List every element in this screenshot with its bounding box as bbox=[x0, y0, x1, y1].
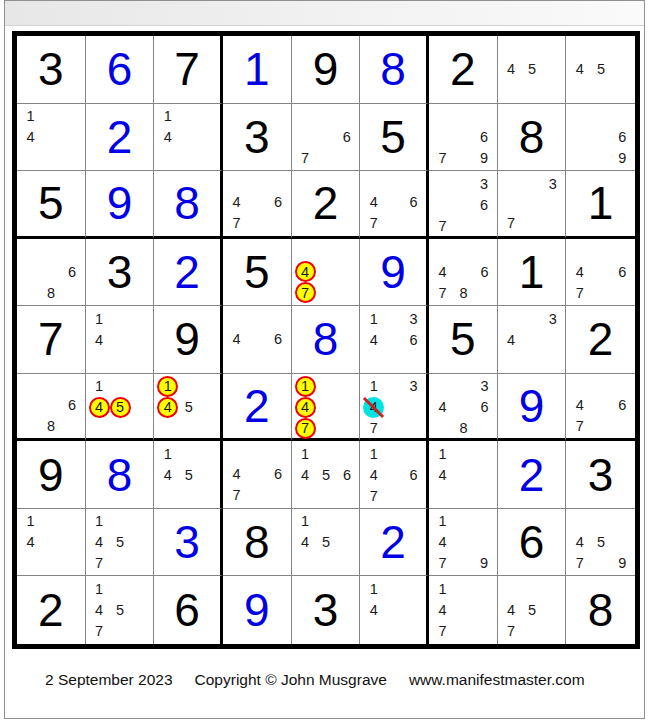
cell-r9c8[interactable]: 457 bbox=[498, 576, 567, 644]
cell-r1c8[interactable]: 45 bbox=[498, 36, 567, 104]
cell-r3c5[interactable]: 2 bbox=[292, 171, 361, 239]
candidate-grid: 67 bbox=[292, 104, 360, 171]
candidate-grid: 145 bbox=[154, 374, 220, 439]
candidate-grid: 45 bbox=[566, 36, 635, 103]
candidate: 7 bbox=[432, 215, 453, 236]
candidate: 5 bbox=[522, 600, 543, 621]
candidate-grid: 1346 bbox=[360, 306, 426, 373]
cell-r3c1[interactable]: 5 bbox=[17, 171, 86, 239]
given-digit: 8 bbox=[566, 576, 635, 644]
candidate: 1 bbox=[89, 376, 110, 397]
given-digit: 3 bbox=[566, 441, 635, 508]
candidate-highlighted: 1 bbox=[157, 376, 178, 397]
candidate: 4 bbox=[89, 600, 110, 621]
cell-r5c4[interactable]: 46 bbox=[223, 306, 292, 374]
given-digit: 6 bbox=[498, 509, 566, 576]
candidate-eliminated: 4 bbox=[363, 397, 384, 418]
cell-r3c4[interactable]: 467 bbox=[223, 171, 292, 239]
cell-r8c7[interactable]: 1479 bbox=[429, 509, 498, 577]
cell-r2c7[interactable]: 679 bbox=[429, 104, 498, 172]
cell-r7c4[interactable]: 467 bbox=[223, 441, 292, 509]
candidate: 1 bbox=[363, 376, 384, 397]
solved-digit: 9 bbox=[223, 576, 291, 644]
cell-r8c8[interactable]: 6 bbox=[498, 509, 567, 577]
candidate: 9 bbox=[474, 553, 495, 574]
cell-r5c6[interactable]: 1346 bbox=[360, 306, 429, 374]
solved-digit: 8 bbox=[86, 441, 154, 508]
given-digit: 7 bbox=[154, 36, 220, 103]
cell-r9c7[interactable]: 147 bbox=[429, 576, 498, 644]
cell-r4c9[interactable]: 467 bbox=[566, 239, 635, 307]
candidate-grid: 1456 bbox=[292, 441, 360, 508]
cell-r8c3[interactable]: 3 bbox=[154, 509, 223, 577]
candidate-grid: 147 bbox=[292, 374, 360, 439]
candidate: 7 bbox=[501, 213, 522, 234]
candidate: 1 bbox=[89, 511, 110, 532]
cell-r6c7[interactable]: 3468 bbox=[429, 374, 498, 442]
candidate: 3 bbox=[542, 173, 563, 194]
candidate: 4 bbox=[569, 261, 590, 282]
cell-r8c1[interactable]: 14 bbox=[17, 509, 86, 577]
candidate: 6 bbox=[62, 261, 83, 282]
cell-r1c6[interactable]: 8 bbox=[360, 36, 429, 104]
candidate: 1 bbox=[295, 511, 316, 532]
candidate-highlighted: 1 bbox=[295, 376, 316, 397]
candidate: 1 bbox=[295, 443, 316, 464]
footer-date: 2 September 2023 bbox=[45, 671, 173, 688]
candidate: 6 bbox=[336, 126, 357, 147]
cell-r1c7[interactable]: 2 bbox=[429, 36, 498, 104]
candidate: 3 bbox=[403, 308, 424, 329]
candidate: 6 bbox=[474, 397, 495, 418]
candidate: 4 bbox=[569, 394, 590, 415]
candidate: 6 bbox=[403, 464, 424, 485]
candidate: 4 bbox=[20, 532, 41, 553]
candidate-grid: 14 bbox=[154, 104, 220, 171]
candidate: 1 bbox=[20, 511, 41, 532]
candidate: 8 bbox=[41, 415, 62, 436]
cell-r1c5[interactable]: 9 bbox=[292, 36, 361, 104]
candidate: 3 bbox=[403, 376, 424, 397]
cell-r5c3[interactable]: 9 bbox=[154, 306, 223, 374]
candidate: 9 bbox=[612, 147, 633, 168]
cell-r8c6[interactable]: 2 bbox=[360, 509, 429, 577]
candidate: 4 bbox=[157, 127, 178, 148]
candidate: 8 bbox=[453, 282, 474, 303]
candidate: 4 bbox=[157, 464, 178, 485]
candidate-grid: 47 bbox=[292, 239, 360, 306]
given-digit: 9 bbox=[17, 441, 85, 508]
cell-r3c8[interactable]: 37 bbox=[498, 171, 567, 239]
given-digit: 5 bbox=[17, 171, 85, 236]
cell-r1c3[interactable]: 7 bbox=[154, 36, 223, 104]
candidate: 8 bbox=[453, 418, 474, 439]
given-digit: 5 bbox=[360, 104, 426, 171]
cell-r7c6[interactable]: 1467 bbox=[360, 441, 429, 509]
given-digit: 2 bbox=[566, 306, 635, 373]
candidate: 7 bbox=[501, 621, 522, 642]
candidate-grid: 1479 bbox=[429, 509, 497, 576]
candidate: 7 bbox=[226, 213, 247, 234]
candidate: 7 bbox=[363, 485, 384, 506]
candidate: 4 bbox=[226, 192, 247, 213]
cell-r2c9[interactable]: 69 bbox=[566, 104, 635, 172]
solved-digit: 3 bbox=[154, 509, 220, 576]
candidate: 8 bbox=[41, 282, 62, 303]
candidate: 9 bbox=[474, 147, 495, 168]
sudoku-board: 3671982454514214367567986959846724673673… bbox=[12, 31, 640, 649]
candidate: 6 bbox=[612, 394, 633, 415]
given-digit: 9 bbox=[154, 306, 220, 373]
candidate: 4 bbox=[432, 464, 453, 485]
cell-r7c7[interactable]: 14 bbox=[429, 441, 498, 509]
cell-r6c6[interactable]: 1347 bbox=[360, 374, 429, 442]
cell-r2c1[interactable]: 14 bbox=[17, 104, 86, 172]
candidate-grid: 1457 bbox=[86, 576, 154, 644]
given-digit: 3 bbox=[223, 104, 291, 171]
candidate-grid: 14 bbox=[17, 509, 85, 576]
candidate-grid: 1347 bbox=[360, 374, 426, 439]
given-digit: 3 bbox=[292, 576, 360, 644]
footer: 2 September 2023Copyright © John Musgrav… bbox=[45, 671, 644, 689]
given-digit: 1 bbox=[566, 171, 635, 236]
candidate: 5 bbox=[591, 531, 612, 552]
candidate: 5 bbox=[316, 532, 337, 553]
candidate: 4 bbox=[501, 329, 522, 350]
given-digit: 3 bbox=[86, 239, 154, 306]
candidate-grid: 147 bbox=[429, 576, 497, 644]
cell-r6c4[interactable]: 2 bbox=[223, 374, 292, 442]
candidate: 1 bbox=[432, 443, 453, 464]
candidate: 4 bbox=[432, 397, 453, 418]
solved-digit: 2 bbox=[360, 509, 426, 576]
cell-r2c2[interactable]: 2 bbox=[86, 104, 155, 172]
footer-copyright: Copyright © John Musgrave bbox=[195, 671, 387, 688]
candidate: 4 bbox=[432, 600, 453, 621]
candidate-grid: 14 bbox=[17, 104, 85, 171]
cell-r2c5[interactable]: 67 bbox=[292, 104, 361, 172]
cell-r2c4[interactable]: 3 bbox=[223, 104, 292, 172]
candidate-grid: 467 bbox=[223, 441, 291, 508]
candidate-highlighted: 4 bbox=[89, 397, 110, 418]
candidate-grid: 14 bbox=[429, 441, 497, 508]
given-digit: 5 bbox=[429, 306, 497, 373]
candidate: 1 bbox=[363, 443, 384, 464]
cell-r6c1[interactable]: 68 bbox=[17, 374, 86, 442]
candidate-grid: 367 bbox=[429, 171, 497, 236]
cell-r7c9[interactable]: 3 bbox=[566, 441, 635, 509]
candidate: 3 bbox=[474, 173, 495, 194]
candidate: 6 bbox=[403, 192, 424, 213]
candidate: 6 bbox=[268, 329, 289, 350]
given-digit: 2 bbox=[17, 576, 85, 644]
cell-r6c8[interactable]: 9 bbox=[498, 374, 567, 442]
cell-r6c5[interactable]: 147 bbox=[292, 374, 361, 442]
cell-r3c9[interactable]: 1 bbox=[566, 171, 635, 239]
candidate: 4 bbox=[20, 127, 41, 148]
candidate: 1 bbox=[157, 106, 178, 127]
candidate: 1 bbox=[363, 579, 384, 600]
candidate: 1 bbox=[157, 443, 178, 464]
cell-r5c8[interactable]: 34 bbox=[498, 306, 567, 374]
candidate: 9 bbox=[612, 552, 633, 573]
footer-site: www.manifestmaster.com bbox=[409, 671, 585, 688]
solved-digit: 2 bbox=[498, 441, 566, 508]
candidate-highlighted: 7 bbox=[295, 418, 316, 439]
candidate: 4 bbox=[89, 329, 110, 350]
solved-digit: 1 bbox=[223, 36, 291, 103]
candidate: 4 bbox=[89, 532, 110, 553]
candidate: 4 bbox=[569, 59, 590, 80]
cell-r6c2[interactable]: 145 bbox=[86, 374, 155, 442]
given-digit: 3 bbox=[17, 36, 85, 103]
cell-r6c3[interactable]: 145 bbox=[154, 374, 223, 442]
cell-r4c2[interactable]: 3 bbox=[86, 239, 155, 307]
cell-r3c2[interactable]: 9 bbox=[86, 171, 155, 239]
candidate-highlighted: 4 bbox=[157, 397, 178, 418]
candidate-grid: 46 bbox=[223, 306, 291, 373]
candidate-grid: 457 bbox=[498, 576, 566, 644]
cell-r5c9[interactable]: 2 bbox=[566, 306, 635, 374]
candidate: 6 bbox=[337, 464, 358, 485]
candidate: 7 bbox=[569, 415, 590, 436]
cell-r5c7[interactable]: 5 bbox=[429, 306, 498, 374]
candidate-grid: 37 bbox=[498, 171, 566, 236]
candidate: 1 bbox=[363, 308, 384, 329]
cell-r6c9[interactable]: 467 bbox=[566, 374, 635, 442]
candidate-grid: 68 bbox=[17, 374, 85, 439]
candidate: 6 bbox=[474, 194, 495, 215]
cell-r9c4[interactable]: 9 bbox=[223, 576, 292, 644]
cell-r7c2[interactable]: 8 bbox=[86, 441, 155, 509]
cell-r8c4[interactable]: 8 bbox=[223, 509, 292, 577]
candidate: 5 bbox=[522, 59, 543, 80]
candidate: 7 bbox=[432, 282, 453, 303]
candidate: 3 bbox=[542, 308, 563, 329]
cell-r2c3[interactable]: 14 bbox=[154, 104, 223, 172]
candidate-grid: 14 bbox=[360, 576, 426, 644]
candidate: 4 bbox=[363, 600, 384, 621]
cell-r3c7[interactable]: 367 bbox=[429, 171, 498, 239]
candidate: 7 bbox=[363, 418, 384, 439]
cell-r2c6[interactable]: 5 bbox=[360, 104, 429, 172]
cell-r4c6[interactable]: 9 bbox=[360, 239, 429, 307]
candidate: 5 bbox=[178, 464, 199, 485]
candidate-grid: 145 bbox=[154, 441, 220, 508]
cell-r5c5[interactable]: 8 bbox=[292, 306, 361, 374]
candidate: 6 bbox=[474, 261, 495, 282]
cell-r9c1[interactable]: 2 bbox=[17, 576, 86, 644]
cell-r1c1[interactable]: 3 bbox=[17, 36, 86, 104]
candidate: 7 bbox=[89, 621, 110, 642]
candidate: 7 bbox=[432, 147, 453, 168]
cell-r1c4[interactable]: 1 bbox=[223, 36, 292, 104]
candidate: 4 bbox=[569, 531, 590, 552]
candidate: 1 bbox=[89, 579, 110, 600]
candidate: 6 bbox=[268, 464, 289, 485]
candidate-grid: 1457 bbox=[86, 509, 154, 576]
candidate: 6 bbox=[268, 192, 289, 213]
solved-digit: 9 bbox=[86, 171, 154, 236]
candidate: 3 bbox=[474, 376, 495, 397]
candidate: 5 bbox=[110, 532, 131, 553]
cell-r1c9[interactable]: 45 bbox=[566, 36, 635, 104]
cell-r9c9[interactable]: 8 bbox=[566, 576, 635, 644]
candidate-grid: 467 bbox=[223, 171, 291, 236]
given-digit: 7 bbox=[17, 306, 85, 373]
cell-r4c4[interactable]: 5 bbox=[223, 239, 292, 307]
solved-digit: 9 bbox=[498, 374, 566, 439]
candidate: 1 bbox=[89, 308, 110, 329]
cell-r4c1[interactable]: 68 bbox=[17, 239, 86, 307]
candidate: 1 bbox=[432, 511, 453, 532]
candidate: 7 bbox=[569, 282, 590, 303]
candidate-grid: 14 bbox=[86, 306, 154, 373]
given-digit: 5 bbox=[223, 239, 291, 306]
candidate: 4 bbox=[295, 532, 316, 553]
candidate: 7 bbox=[432, 621, 453, 642]
cell-r1c2[interactable]: 6 bbox=[86, 36, 155, 104]
candidate-grid: 69 bbox=[566, 104, 635, 171]
cell-r9c5[interactable]: 3 bbox=[292, 576, 361, 644]
solved-digit: 6 bbox=[86, 36, 154, 103]
cell-r5c1[interactable]: 7 bbox=[17, 306, 86, 374]
candidate: 1 bbox=[20, 106, 41, 127]
candidate-highlighted: 7 bbox=[295, 282, 316, 303]
candidate: 5 bbox=[178, 397, 199, 418]
candidate-grid: 145 bbox=[86, 374, 154, 439]
candidate: 4 bbox=[501, 59, 522, 80]
given-digit: 2 bbox=[429, 36, 497, 103]
given-digit: 8 bbox=[223, 509, 291, 576]
candidate: 4 bbox=[363, 464, 384, 485]
candidate-grid: 467 bbox=[566, 239, 635, 306]
cell-r4c3[interactable]: 2 bbox=[154, 239, 223, 307]
candidate-highlighted: 5 bbox=[110, 397, 131, 418]
candidate-grid: 45 bbox=[498, 36, 566, 103]
candidate: 6 bbox=[612, 261, 633, 282]
solved-digit: 2 bbox=[154, 239, 220, 306]
candidate: 5 bbox=[591, 59, 612, 80]
solved-digit: 2 bbox=[86, 104, 154, 171]
candidate: 4 bbox=[432, 261, 453, 282]
cell-r4c7[interactable]: 4678 bbox=[429, 239, 498, 307]
given-digit: 9 bbox=[292, 36, 360, 103]
cell-r8c2[interactable]: 1457 bbox=[86, 509, 155, 577]
given-digit: 1 bbox=[498, 239, 566, 306]
cell-r8c9[interactable]: 4579 bbox=[566, 509, 635, 577]
candidate: 6 bbox=[474, 126, 495, 147]
cell-r7c1[interactable]: 9 bbox=[17, 441, 86, 509]
candidate-grid: 467 bbox=[360, 171, 426, 236]
cell-r7c3[interactable]: 145 bbox=[154, 441, 223, 509]
candidate-grid: 1467 bbox=[360, 441, 426, 508]
given-digit: 2 bbox=[292, 171, 360, 236]
cell-r8c5[interactable]: 145 bbox=[292, 509, 361, 577]
cell-r3c3[interactable]: 8 bbox=[154, 171, 223, 239]
candidate: 1 bbox=[432, 579, 453, 600]
given-digit: 8 bbox=[498, 104, 566, 171]
candidate-grid: 34 bbox=[498, 306, 566, 373]
candidate: 7 bbox=[363, 213, 384, 234]
candidate: 7 bbox=[89, 553, 110, 574]
candidate: 7 bbox=[432, 553, 453, 574]
candidate: 6 bbox=[62, 394, 83, 415]
candidate: 4 bbox=[226, 464, 247, 485]
candidate-grid: 467 bbox=[566, 374, 635, 439]
cell-r5c2[interactable]: 14 bbox=[86, 306, 155, 374]
candidate: 4 bbox=[363, 329, 384, 350]
candidate-grid: 4678 bbox=[429, 239, 497, 306]
candidate: 5 bbox=[316, 464, 337, 485]
candidate-highlighted: 4 bbox=[295, 397, 316, 418]
candidate: 4 bbox=[501, 600, 522, 621]
solved-digit: 8 bbox=[360, 36, 426, 103]
cell-r3c6[interactable]: 467 bbox=[360, 171, 429, 239]
solved-digit: 2 bbox=[223, 374, 291, 439]
cell-r9c2[interactable]: 1457 bbox=[86, 576, 155, 644]
candidate-highlighted: 4 bbox=[295, 261, 316, 282]
candidate: 4 bbox=[363, 192, 384, 213]
candidate-grid: 3468 bbox=[429, 374, 497, 439]
candidate: 7 bbox=[295, 147, 316, 168]
cell-r2c8[interactable]: 8 bbox=[498, 104, 567, 172]
candidate: 6 bbox=[612, 126, 633, 147]
cell-r9c3[interactable]: 6 bbox=[154, 576, 223, 644]
candidate: 7 bbox=[226, 485, 247, 506]
candidate: 5 bbox=[110, 600, 131, 621]
candidate: 4 bbox=[295, 464, 316, 485]
candidate-grid: 4579 bbox=[566, 509, 635, 576]
candidate-grid: 145 bbox=[292, 509, 360, 576]
cell-r7c5[interactable]: 1456 bbox=[292, 441, 361, 509]
candidate: 6 bbox=[403, 329, 424, 350]
candidate: 7 bbox=[569, 552, 590, 573]
page: 3671982454514214367567986959846724673673… bbox=[4, 0, 645, 719]
candidate: 4 bbox=[226, 329, 247, 350]
cell-r4c8[interactable]: 1 bbox=[498, 239, 567, 307]
solved-digit: 8 bbox=[292, 306, 360, 373]
cell-r7c8[interactable]: 2 bbox=[498, 441, 567, 509]
cell-r4c5[interactable]: 47 bbox=[292, 239, 361, 307]
solved-digit: 8 bbox=[154, 171, 220, 236]
cell-r9c6[interactable]: 14 bbox=[360, 576, 429, 644]
title-bar bbox=[5, 1, 644, 26]
candidate-grid: 679 bbox=[429, 104, 497, 171]
candidate-grid: 68 bbox=[17, 239, 85, 306]
candidate: 4 bbox=[432, 532, 453, 553]
given-digit: 6 bbox=[154, 576, 220, 644]
solved-digit: 9 bbox=[360, 239, 426, 306]
